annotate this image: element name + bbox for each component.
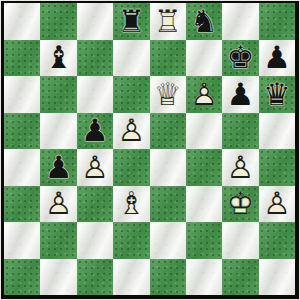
white-pawn-fill-layer: ♟ bbox=[186, 76, 222, 113]
square-f7[interactable] bbox=[186, 40, 222, 77]
square-d8[interactable]: ♜ bbox=[113, 3, 149, 40]
chess-board-frame: ♜♜♖♞♝♚♟♛♕♟♙♟♛♟♟♙♟♟♙♟♙♟♙♝♗♚♔♟♙ bbox=[0, 0, 300, 300]
square-f1[interactable] bbox=[186, 259, 222, 296]
square-b7[interactable]: ♝ bbox=[40, 40, 76, 77]
square-h2[interactable] bbox=[259, 222, 295, 259]
square-a5[interactable] bbox=[4, 113, 40, 150]
square-d1[interactable] bbox=[113, 259, 149, 296]
square-e4[interactable] bbox=[150, 149, 186, 186]
black-bishop-icon: ♝ bbox=[40, 40, 76, 77]
square-c3[interactable] bbox=[77, 186, 113, 223]
white-pawn-fill-layer: ♟ bbox=[40, 186, 76, 223]
white-pawn-fill-layer: ♟ bbox=[77, 149, 113, 186]
square-c2[interactable] bbox=[77, 222, 113, 259]
square-g4[interactable]: ♟♙ bbox=[222, 149, 258, 186]
square-e6[interactable]: ♛♕ bbox=[150, 76, 186, 113]
white-pawn-icon: ♙ bbox=[186, 76, 222, 113]
square-a8[interactable] bbox=[4, 3, 40, 40]
white-pawn-icon: ♙ bbox=[113, 113, 149, 150]
square-d5[interactable]: ♟♙ bbox=[113, 113, 149, 150]
white-pawn-fill-layer: ♟ bbox=[222, 149, 258, 186]
white-pawn-icon: ♙ bbox=[40, 186, 76, 223]
white-rook-icon: ♖ bbox=[150, 3, 186, 40]
square-f8[interactable]: ♞ bbox=[186, 3, 222, 40]
square-f2[interactable] bbox=[186, 222, 222, 259]
square-a3[interactable] bbox=[4, 186, 40, 223]
white-pawn-fill-layer: ♟ bbox=[259, 186, 295, 223]
square-h8[interactable] bbox=[259, 3, 295, 40]
white-queen-fill-layer: ♛ bbox=[150, 76, 186, 113]
square-b3[interactable]: ♟♙ bbox=[40, 186, 76, 223]
black-pawn-icon: ♟ bbox=[222, 76, 258, 113]
square-b4[interactable]: ♟ bbox=[40, 149, 76, 186]
square-c5[interactable]: ♟ bbox=[77, 113, 113, 150]
square-a2[interactable] bbox=[4, 222, 40, 259]
square-c1[interactable] bbox=[77, 259, 113, 296]
square-h1[interactable] bbox=[259, 259, 295, 296]
white-king-fill-layer: ♚ bbox=[222, 186, 258, 223]
square-h4[interactable] bbox=[259, 149, 295, 186]
black-pawn-icon: ♟ bbox=[259, 40, 295, 77]
square-c7[interactable] bbox=[77, 40, 113, 77]
square-e2[interactable] bbox=[150, 222, 186, 259]
white-pawn-icon: ♙ bbox=[222, 149, 258, 186]
square-f4[interactable] bbox=[186, 149, 222, 186]
chess-board: ♜♜♖♞♝♚♟♛♕♟♙♟♛♟♟♙♟♟♙♟♙♟♙♝♗♚♔♟♙ bbox=[4, 3, 295, 295]
square-g6[interactable]: ♟ bbox=[222, 76, 258, 113]
square-g3[interactable]: ♚♔ bbox=[222, 186, 258, 223]
square-c6[interactable] bbox=[77, 76, 113, 113]
square-f3[interactable] bbox=[186, 186, 222, 223]
black-queen-icon: ♛ bbox=[259, 76, 295, 113]
white-pawn-icon: ♙ bbox=[77, 149, 113, 186]
square-g8[interactable] bbox=[222, 3, 258, 40]
square-h3[interactable]: ♟♙ bbox=[259, 186, 295, 223]
square-g7[interactable]: ♚ bbox=[222, 40, 258, 77]
square-f6[interactable]: ♟♙ bbox=[186, 76, 222, 113]
square-b2[interactable] bbox=[40, 222, 76, 259]
square-h5[interactable] bbox=[259, 113, 295, 150]
square-a4[interactable] bbox=[4, 149, 40, 186]
square-f5[interactable] bbox=[186, 113, 222, 150]
square-h6[interactable]: ♛ bbox=[259, 76, 295, 113]
square-e5[interactable] bbox=[150, 113, 186, 150]
black-pawn-icon: ♟ bbox=[40, 149, 76, 186]
square-d7[interactable] bbox=[113, 40, 149, 77]
square-e8[interactable]: ♜♖ bbox=[150, 3, 186, 40]
square-e3[interactable] bbox=[150, 186, 186, 223]
square-a6[interactable] bbox=[4, 76, 40, 113]
square-d6[interactable] bbox=[113, 76, 149, 113]
square-e7[interactable] bbox=[150, 40, 186, 77]
black-knight-icon: ♞ bbox=[186, 3, 222, 40]
square-c8[interactable] bbox=[77, 3, 113, 40]
square-d2[interactable] bbox=[113, 222, 149, 259]
square-a1[interactable] bbox=[4, 259, 40, 296]
square-g5[interactable] bbox=[222, 113, 258, 150]
square-b5[interactable] bbox=[40, 113, 76, 150]
black-pawn-icon: ♟ bbox=[77, 113, 113, 150]
square-b8[interactable] bbox=[40, 3, 76, 40]
square-g1[interactable] bbox=[222, 259, 258, 296]
white-pawn-icon: ♙ bbox=[259, 186, 295, 223]
white-bishop-icon: ♗ bbox=[113, 186, 149, 223]
square-b1[interactable] bbox=[40, 259, 76, 296]
square-b6[interactable] bbox=[40, 76, 76, 113]
square-c4[interactable]: ♟♙ bbox=[77, 149, 113, 186]
square-a7[interactable] bbox=[4, 40, 40, 77]
square-e1[interactable] bbox=[150, 259, 186, 296]
black-king-icon: ♚ bbox=[222, 40, 258, 77]
white-queen-icon: ♕ bbox=[150, 76, 186, 113]
black-rook-icon: ♜ bbox=[113, 3, 149, 40]
square-h7[interactable]: ♟ bbox=[259, 40, 295, 77]
white-pawn-fill-layer: ♟ bbox=[113, 113, 149, 150]
square-d3[interactable]: ♝♗ bbox=[113, 186, 149, 223]
square-g2[interactable] bbox=[222, 222, 258, 259]
white-bishop-fill-layer: ♝ bbox=[113, 186, 149, 223]
white-king-icon: ♔ bbox=[222, 186, 258, 223]
white-rook-fill-layer: ♜ bbox=[150, 3, 186, 40]
square-d4[interactable] bbox=[113, 149, 149, 186]
